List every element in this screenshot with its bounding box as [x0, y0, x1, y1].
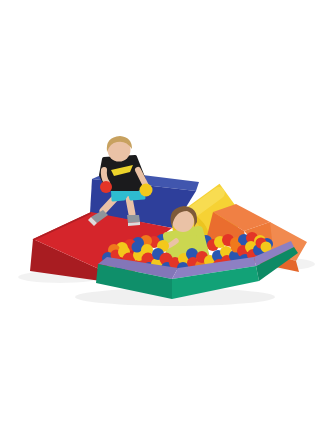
- product-photo: [0, 0, 320, 430]
- boy-held-red-ball: [100, 181, 112, 193]
- soft-play-climber-scene: [0, 0, 320, 430]
- boy-right-shoe: [127, 215, 140, 223]
- boy-held-yellow-ball: [140, 184, 153, 197]
- play-ball-blue: [132, 242, 143, 253]
